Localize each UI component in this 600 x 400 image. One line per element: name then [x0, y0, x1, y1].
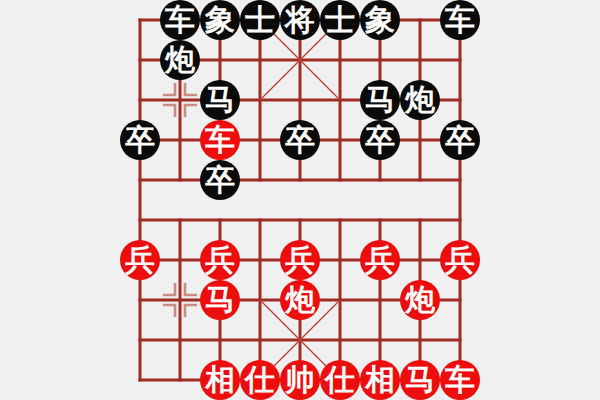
piece-black-advisor[interactable]: 士	[240, 0, 280, 40]
piece-black-soldier[interactable]: 卒	[360, 120, 400, 160]
piece-red-cannon[interactable]: 炮	[280, 280, 320, 320]
piece-red-soldier[interactable]: 兵	[440, 240, 480, 280]
piece-red-soldier[interactable]: 兵	[360, 240, 400, 280]
piece-red-soldier[interactable]: 兵	[200, 240, 240, 280]
piece-red-cannon[interactable]: 炮	[400, 280, 440, 320]
piece-red-elephant[interactable]: 相	[200, 360, 240, 400]
piece-black-soldier[interactable]: 卒	[440, 120, 480, 160]
piece-black-soldier[interactable]: 卒	[280, 120, 320, 160]
piece-red-soldier[interactable]: 兵	[120, 240, 160, 280]
piece-red-general[interactable]: 帅	[280, 360, 320, 400]
piece-black-horse[interactable]: 马	[360, 80, 400, 120]
piece-black-chariot[interactable]: 车	[160, 0, 200, 40]
piece-black-horse[interactable]: 马	[200, 80, 240, 120]
piece-red-soldier[interactable]: 兵	[280, 240, 320, 280]
piece-red-elephant[interactable]: 相	[360, 360, 400, 400]
piece-black-soldier[interactable]: 卒	[120, 120, 160, 160]
piece-red-advisor[interactable]: 仕	[320, 360, 360, 400]
xiangqi-board: 车象士将士象车炮马马炮卒卒卒卒卒车兵兵兵兵兵马炮炮相仕帅仕相马车	[0, 0, 600, 400]
piece-black-soldier[interactable]: 卒	[200, 160, 240, 200]
piece-black-cannon[interactable]: 炮	[160, 40, 200, 80]
piece-red-horse[interactable]: 马	[400, 360, 440, 400]
piece-black-chariot[interactable]: 车	[440, 0, 480, 40]
piece-black-general[interactable]: 将	[280, 0, 320, 40]
screenshot-root: 车象士将士象车炮马马炮卒卒卒卒卒车兵兵兵兵兵马炮炮相仕帅仕相马车	[0, 0, 600, 400]
piece-red-chariot[interactable]: 车	[440, 360, 480, 400]
piece-black-elephant[interactable]: 象	[360, 0, 400, 40]
piece-black-cannon[interactable]: 炮	[400, 80, 440, 120]
piece-red-chariot[interactable]: 车	[200, 120, 240, 160]
piece-red-horse[interactable]: 马	[200, 280, 240, 320]
piece-black-advisor[interactable]: 士	[320, 0, 360, 40]
piece-red-advisor[interactable]: 仕	[240, 360, 280, 400]
piece-black-elephant[interactable]: 象	[200, 0, 240, 40]
